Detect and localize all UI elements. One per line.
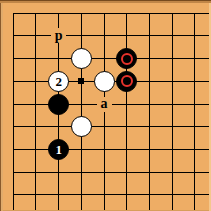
white-stone <box>71 48 92 69</box>
board-grid-line-vertical <box>81 13 82 211</box>
black-stone <box>48 94 69 115</box>
black-stone <box>116 71 137 92</box>
white-stone <box>94 71 115 92</box>
stone-number-label: 1 <box>55 143 62 156</box>
white-stone <box>71 116 92 137</box>
board-grid-line-horizontal <box>13 35 211 36</box>
board-grid-line-vertical <box>172 13 173 211</box>
stone-number-label: 2 <box>55 75 62 88</box>
hoshi-marker <box>78 78 84 84</box>
board-grid-line-horizontal <box>13 104 211 105</box>
board-grid-line-vertical <box>13 13 14 211</box>
black-stone <box>116 48 137 69</box>
board-grid-line-horizontal <box>13 172 211 173</box>
board-grid-line-horizontal <box>13 126 211 127</box>
board-grid-line-horizontal <box>13 58 211 59</box>
board-grid-line-vertical <box>35 13 36 211</box>
black-stone: 1 <box>48 139 69 160</box>
board-grid-line-horizontal <box>13 13 211 14</box>
board-grid-line-vertical <box>149 13 150 211</box>
white-stone: 2 <box>48 71 69 92</box>
board-grid-line-horizontal <box>13 149 211 150</box>
point-label-a: a <box>97 97 112 112</box>
board-grid-line-vertical <box>194 13 195 211</box>
board-grid-line-vertical <box>104 13 105 211</box>
point-label-p: p <box>51 28 66 43</box>
board-grid-line-vertical <box>126 13 127 211</box>
circle-marker-icon <box>121 75 133 87</box>
board-grid-line-horizontal <box>13 194 211 195</box>
circle-marker-icon <box>121 53 133 65</box>
go-diagram: pa21 <box>0 0 211 211</box>
